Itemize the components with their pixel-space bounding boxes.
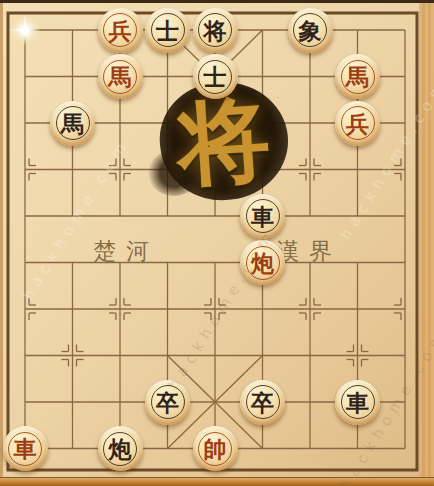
piece-character: 車 bbox=[251, 205, 274, 228]
xiangqi-board: 楚河 漢界 将 兵士将象馬士馬馬兵車炮卒卒車車炮帥 hackhome.com h… bbox=[0, 0, 434, 486]
piece-character: 将 bbox=[204, 19, 227, 42]
app-logo: 将 bbox=[160, 82, 288, 200]
piece-black-cannon[interactable]: 炮 bbox=[98, 426, 143, 471]
piece-red-soldier[interactable]: 兵 bbox=[335, 101, 380, 146]
piece-black-elephant[interactable]: 象 bbox=[288, 8, 333, 53]
piece-black-chariot[interactable]: 車 bbox=[240, 194, 285, 239]
piece-character: 帥 bbox=[204, 437, 227, 460]
piece-black-soldier[interactable]: 卒 bbox=[145, 380, 190, 425]
piece-character: 炮 bbox=[109, 437, 132, 460]
piece-red-chariot[interactable]: 車 bbox=[3, 426, 48, 471]
river-label-left: 楚河 bbox=[93, 236, 159, 267]
piece-character: 兵 bbox=[109, 19, 132, 42]
piece-character: 士 bbox=[204, 65, 227, 88]
piece-black-advisor[interactable]: 士 bbox=[145, 8, 190, 53]
piece-character: 炮 bbox=[251, 251, 274, 274]
piece-character: 馬 bbox=[61, 112, 84, 135]
piece-character: 馬 bbox=[109, 65, 132, 88]
logo-character: 将 bbox=[156, 82, 291, 201]
piece-character: 車 bbox=[14, 437, 37, 460]
piece-red-general[interactable]: 帥 bbox=[193, 426, 238, 471]
piece-character: 兵 bbox=[346, 112, 369, 135]
piece-red-horse[interactable]: 馬 bbox=[335, 54, 380, 99]
piece-character: 卒 bbox=[156, 391, 179, 414]
piece-black-advisor[interactable]: 士 bbox=[193, 54, 238, 99]
piece-character: 馬 bbox=[346, 65, 369, 88]
river-label-right: 漢界 bbox=[276, 236, 342, 267]
piece-red-horse[interactable]: 馬 bbox=[98, 54, 143, 99]
piece-black-horse[interactable]: 馬 bbox=[50, 101, 95, 146]
piece-character: 象 bbox=[299, 19, 322, 42]
piece-black-general[interactable]: 将 bbox=[193, 8, 238, 53]
board-edge-bottom bbox=[0, 477, 434, 486]
piece-character: 車 bbox=[346, 391, 369, 414]
piece-red-soldier[interactable]: 兵 bbox=[98, 8, 143, 53]
board-edge-top bbox=[0, 0, 434, 3]
piece-black-soldier[interactable]: 卒 bbox=[240, 380, 285, 425]
piece-black-chariot[interactable]: 車 bbox=[335, 380, 380, 425]
piece-red-cannon[interactable]: 炮 bbox=[240, 240, 285, 285]
piece-character: 士 bbox=[156, 19, 179, 42]
piece-character: 卒 bbox=[251, 391, 274, 414]
